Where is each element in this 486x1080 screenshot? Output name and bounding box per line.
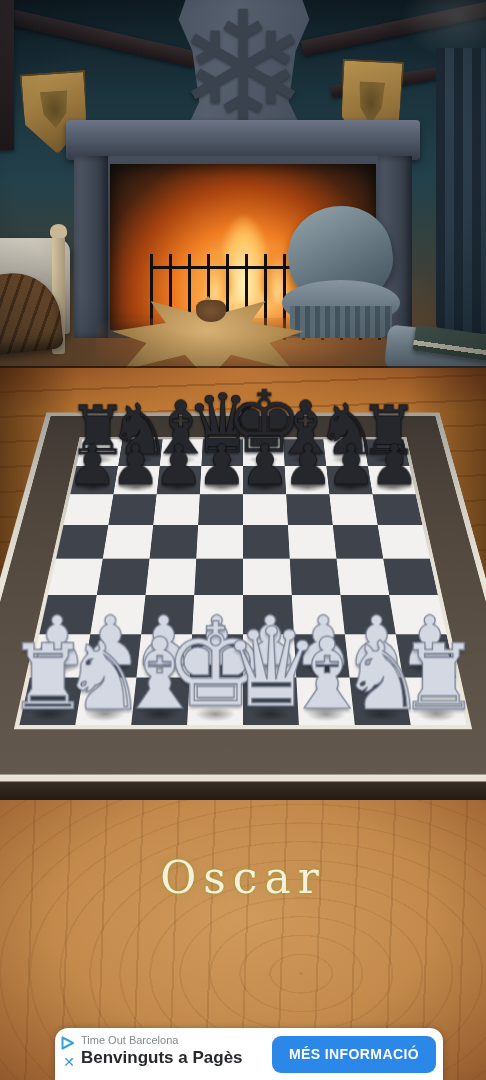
- vignette: [0, 0, 486, 374]
- ad-cta-button[interactable]: MÉS INFORMACIÓ: [272, 1036, 436, 1073]
- app-screen: ❄ ♜♞♝♛♚♝♞: [0, 0, 486, 1080]
- player-name-label: Oscar: [0, 852, 486, 903]
- ad-brand-label: Time Out Barcelona: [81, 1033, 281, 1047]
- ad-headline[interactable]: Benvinguts a Pagès: [81, 1047, 281, 1069]
- board-face: [0, 413, 486, 782]
- fireplace-room-scene: ❄: [0, 0, 486, 374]
- board-area: ♜♞♝♛♚♝♞♜♟♟♟♟♟♟♟♟♟♟♟♟♟♟♟♟♜♞♝♚♛♝♞♜: [0, 372, 486, 808]
- adchoices-icon[interactable]: [60, 1035, 76, 1051]
- ad-close-icon[interactable]: ✕: [60, 1055, 78, 1069]
- chess-board[interactable]: ♜♞♝♛♚♝♞♜♟♟♟♟♟♟♟♟♟♟♟♟♟♟♟♟♜♞♝♚♛♝♞♜: [0, 413, 486, 782]
- ad-banner[interactable]: ✕ Time Out Barcelona Benvinguts a Pagès …: [55, 1028, 443, 1080]
- board-side-edge: [0, 776, 486, 803]
